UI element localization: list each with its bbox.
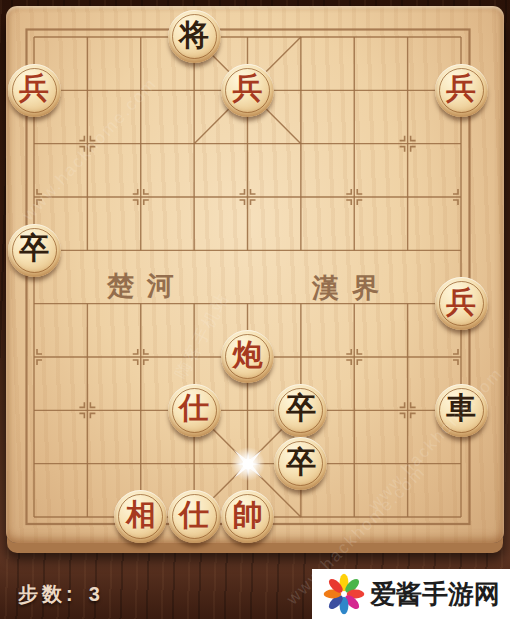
pieces-layer: 将兵兵兵卒兵炮仕卒車卒相仕帥 <box>7 10 487 543</box>
piece-red-兵[interactable]: 兵 <box>221 64 274 117</box>
piece-red-帥[interactable]: 帥 <box>221 490 274 543</box>
piece-red-兵[interactable]: 兵 <box>8 64 61 117</box>
piece-red-相[interactable]: 相 <box>114 490 167 543</box>
piece-black-車[interactable]: 車 <box>435 384 488 437</box>
piece-glyph: 卒 <box>286 393 316 423</box>
piece-black-卒[interactable]: 卒 <box>274 384 327 437</box>
piece-glyph: 相 <box>126 500 156 530</box>
piece-black-卒[interactable]: 卒 <box>274 437 327 490</box>
site-logo-flower-icon <box>323 573 365 615</box>
piece-red-仕[interactable]: 仕 <box>168 490 221 543</box>
site-logo-banner: 爱酱手游网 <box>312 569 510 619</box>
game-screen: 楚河漢界 将兵兵兵卒兵炮仕卒車卒相仕帥 www.hackhome.com嗨客手机… <box>0 0 510 619</box>
piece-glyph: 卒 <box>286 447 316 477</box>
piece-glyph: 兵 <box>446 287 476 317</box>
site-logo-text: 爱酱手游网 <box>370 577 500 612</box>
piece-glyph: 将 <box>179 20 209 50</box>
piece-glyph: 帥 <box>233 500 263 530</box>
move-counter: 步数:3 <box>18 581 100 608</box>
piece-black-卒[interactable]: 卒 <box>8 224 61 277</box>
piece-red-炮[interactable]: 炮 <box>221 330 274 383</box>
move-counter-label: 步数: <box>18 583 77 605</box>
piece-glyph: 炮 <box>233 340 263 370</box>
piece-red-兵[interactable]: 兵 <box>435 277 488 330</box>
piece-black-将[interactable]: 将 <box>168 10 221 63</box>
piece-glyph: 兵 <box>233 73 263 103</box>
move-counter-value: 3 <box>89 583 100 605</box>
piece-red-兵[interactable]: 兵 <box>435 64 488 117</box>
piece-glyph: 兵 <box>19 73 49 103</box>
piece-glyph: 車 <box>446 393 476 423</box>
piece-glyph: 仕 <box>179 500 209 530</box>
piece-glyph: 卒 <box>19 233 49 263</box>
piece-red-仕[interactable]: 仕 <box>168 384 221 437</box>
piece-glyph: 仕 <box>179 393 209 423</box>
piece-glyph: 兵 <box>446 73 476 103</box>
